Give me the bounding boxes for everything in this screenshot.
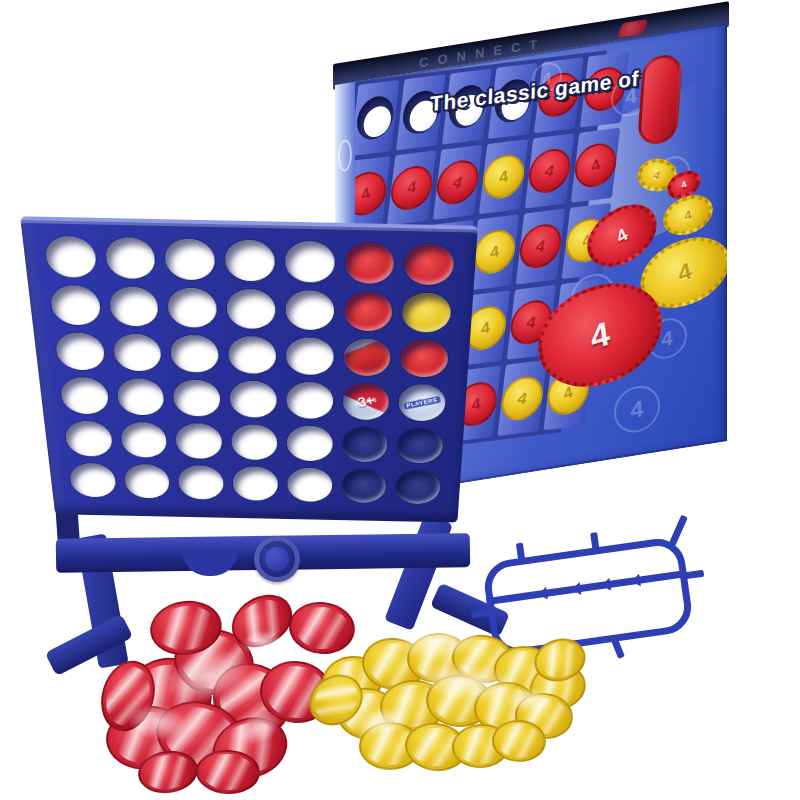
yellow-disc xyxy=(378,678,447,734)
sprue-nub xyxy=(550,647,559,666)
frame-hole-r4c4 xyxy=(230,381,277,418)
yellow-disc xyxy=(451,722,512,770)
red-disc xyxy=(135,747,200,797)
sprue-nub xyxy=(611,638,625,659)
frame-hole-r3c4 xyxy=(228,336,276,375)
plastic-wrap-shine xyxy=(127,701,189,743)
box-spine-oval-logo xyxy=(338,138,352,172)
age-badge-value: 3+ xyxy=(356,394,376,410)
frame-hole-r2c3 xyxy=(167,287,217,327)
yellow-disc xyxy=(491,719,546,763)
frame-hole-r4c7: ↻PLAYERS xyxy=(398,384,446,421)
frame-hole-r5c4 xyxy=(231,424,277,460)
frame-hole-r5c2 xyxy=(120,422,168,458)
yellow-disc xyxy=(513,690,575,742)
frame-hole-r2c7 xyxy=(402,292,452,332)
frame-hole-r6c7 xyxy=(395,470,441,504)
red-disc xyxy=(257,657,335,726)
yellow-disc xyxy=(359,722,421,770)
connect4-grid-frame: AGES3+↻PLAYERS xyxy=(20,216,478,522)
frame-hole-r6c6 xyxy=(341,469,386,503)
sprue-frame xyxy=(481,535,694,658)
frame-hole-r1c3 xyxy=(165,238,216,280)
yellow-disc xyxy=(332,683,404,745)
red-disc xyxy=(286,599,357,658)
yellow-disc xyxy=(471,678,539,736)
frame-hole-r5c1 xyxy=(64,421,113,457)
plastic-wrap-shine xyxy=(505,686,555,713)
yellow-disc xyxy=(359,635,428,693)
frame-logo-medallion xyxy=(254,536,300,582)
frame-base-half-disc xyxy=(182,550,238,576)
frame-hole-r5c3 xyxy=(176,423,223,459)
frame-hole-r5c6 xyxy=(342,427,388,463)
plastic-wrap-shine xyxy=(240,628,283,657)
chip-numeral: 4 xyxy=(676,257,695,288)
red-disc xyxy=(195,749,260,795)
chip-numeral: 4 xyxy=(613,224,631,247)
sprue-nub xyxy=(683,569,704,579)
yellow-disc xyxy=(402,719,470,775)
chip-numeral: 4 xyxy=(680,179,687,190)
players-badge-label: PLAYERS xyxy=(403,396,441,410)
chip-numeral: 4 xyxy=(588,313,612,356)
frame-hole-r4c6: AGES3+ xyxy=(343,383,390,420)
plastic-wrap-shine xyxy=(352,704,412,739)
frame-hole-r2c2 xyxy=(108,286,159,326)
frame-hole-r6c2 xyxy=(123,464,170,499)
box-decor-chip-medium-yellow: 4 xyxy=(660,189,716,242)
sprue-nub xyxy=(590,532,599,551)
red-disc xyxy=(117,650,220,747)
frame-hole-r2c1 xyxy=(49,285,101,325)
frame-hole-r1c6 xyxy=(345,242,395,284)
red-disc xyxy=(205,708,296,789)
sprue-nub xyxy=(516,543,525,562)
frame-hole-r2c6 xyxy=(344,291,393,331)
frame-hole-r5c5 xyxy=(287,426,333,462)
red-disc xyxy=(168,621,260,702)
yellow-disc xyxy=(319,652,386,712)
red-disc xyxy=(149,692,251,779)
frame-hole-r4c2 xyxy=(116,379,165,416)
frame-hole-r3c1 xyxy=(55,332,106,371)
frame-hole-r1c2 xyxy=(104,237,156,279)
players-badge: ↻PLAYERS xyxy=(398,384,446,421)
yellow-disc xyxy=(424,673,493,729)
yellow-disc xyxy=(526,659,590,716)
frame-hole-r1c7 xyxy=(404,243,455,285)
frame-hole-r6c5 xyxy=(287,468,332,502)
frame-hole-r3c6 xyxy=(343,338,391,377)
frame-hole-r4c5 xyxy=(286,382,332,419)
frame-grid: AGES3+↻PLAYERS xyxy=(21,220,478,523)
frame-hole-r6c4 xyxy=(233,466,278,501)
frame-hole-r5c7 xyxy=(397,428,444,464)
sprue-nub xyxy=(668,515,687,547)
frame-hole-r1c5 xyxy=(285,241,334,283)
plastic-wrap-shine xyxy=(161,641,255,711)
yellow-disc xyxy=(299,664,372,735)
yellow-disc xyxy=(405,631,470,685)
chip-numeral: 4 xyxy=(652,168,662,181)
red-disc xyxy=(104,703,192,773)
product-photo-connect4: CONNECT 44444444444444444444444 444444 4… xyxy=(0,0,800,800)
frame-hole-r3c7 xyxy=(400,339,449,378)
plastic-wrap-shine xyxy=(418,659,517,705)
frame-hole-r3c2 xyxy=(112,333,162,372)
frame-hole-r1c1 xyxy=(44,236,97,278)
frame-hole-r4c1 xyxy=(60,377,110,414)
frame-hole-r6c1 xyxy=(69,463,117,498)
red-disc xyxy=(222,584,301,658)
frame-right-leg xyxy=(384,514,453,631)
frame-hole-r3c5 xyxy=(286,337,333,376)
frame-hole-r6c3 xyxy=(178,465,224,500)
red-disc xyxy=(200,649,304,750)
box-decor-chip-red-pill xyxy=(637,53,683,145)
plastic-wrap-shine xyxy=(231,705,285,751)
age-badge: AGES3+ xyxy=(343,383,390,420)
red-disc xyxy=(147,596,226,659)
frame-hole-r3c3 xyxy=(170,334,219,373)
chip-numeral: 4 xyxy=(683,207,693,224)
frame-hole-r1c4 xyxy=(225,240,275,282)
frame-hole-r4c3 xyxy=(173,380,221,417)
frame-hole-r2c5 xyxy=(286,290,334,330)
frame-hole-r2c4 xyxy=(227,289,276,329)
